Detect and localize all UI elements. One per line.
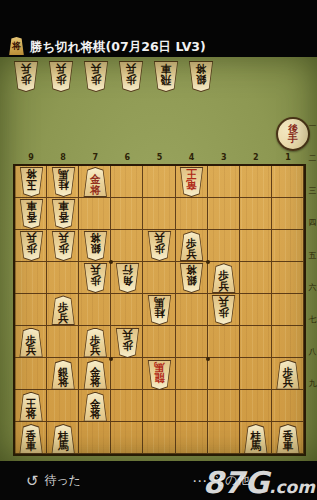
sente-piece-歩兵[interactable]: 歩兵 bbox=[50, 295, 77, 325]
undo-button[interactable]: ↺ 待った bbox=[26, 461, 81, 500]
more-dots-icon: ⋯ bbox=[192, 472, 207, 490]
gote-piece-龍馬[interactable]: 龍馬 bbox=[146, 360, 173, 390]
gote-piece-飛車[interactable]: 飛車 bbox=[152, 61, 180, 92]
rank-label-二: 二 bbox=[308, 153, 317, 164]
gote-piece-銀将[interactable]: 銀将 bbox=[187, 61, 215, 92]
sente-piece-香車[interactable]: 香車 bbox=[18, 424, 45, 454]
sente-piece-金将[interactable]: 金将 bbox=[82, 360, 109, 390]
gote-piece-桂馬[interactable]: 桂馬 bbox=[50, 167, 77, 197]
gote-piece-桂馬[interactable]: 桂馬 bbox=[146, 295, 173, 325]
rank-label-四: 四 bbox=[308, 217, 317, 228]
gote-piece-歩兵[interactable]: 歩兵 bbox=[114, 328, 141, 358]
rank-label-八: 八 bbox=[308, 346, 317, 357]
gote-piece-香車[interactable]: 香車 bbox=[50, 199, 77, 229]
hoshi-dot bbox=[206, 260, 210, 264]
gote-piece-玉将[interactable]: 玉将 bbox=[18, 167, 45, 197]
rank-label-一: 一 bbox=[308, 121, 317, 132]
rank-label-六: 六 bbox=[308, 282, 317, 293]
sente-piece-歩兵[interactable]: 歩兵 bbox=[210, 263, 237, 293]
gote-piece-歩兵[interactable]: 歩兵 bbox=[82, 263, 109, 293]
file-label-1: 1 bbox=[282, 153, 294, 162]
hoshi-dot bbox=[206, 357, 210, 361]
file-label-8: 8 bbox=[57, 153, 69, 162]
other-button[interactable]: ⋯ その他 bbox=[192, 461, 250, 500]
shogi-board: 玉将桂馬金将竜王香車香車歩兵歩兵銀将歩兵歩兵歩兵角行銀将歩兵歩兵桂馬歩兵歩兵歩兵… bbox=[13, 164, 306, 456]
gote-piece-銀将[interactable]: 銀将 bbox=[178, 263, 205, 293]
gote-piece-歩兵[interactable]: 歩兵 bbox=[50, 231, 77, 261]
sente-piece-桂馬[interactable]: 桂馬 bbox=[50, 424, 77, 454]
app-shogi-piece-icon: 将 bbox=[8, 37, 25, 55]
hoshi-dot bbox=[109, 260, 113, 264]
title-bar: 将 勝ち切れ将棋(07月26日 LV3) bbox=[0, 0, 317, 57]
rank-label-九: 九 bbox=[308, 378, 317, 389]
gote-piece-歩兵[interactable]: 歩兵 bbox=[47, 61, 75, 92]
rank-label-三: 三 bbox=[308, 185, 317, 196]
gote-piece-歩兵[interactable]: 歩兵 bbox=[117, 61, 145, 92]
app-title: 勝ち切れ将棋(07月26日 LV3) bbox=[30, 39, 206, 56]
gote-hand-tray: 歩兵歩兵歩兵歩兵飛車銀将 bbox=[0, 57, 317, 97]
file-label-7: 7 bbox=[89, 153, 101, 162]
sente-piece-歩兵[interactable]: 歩兵 bbox=[178, 231, 205, 261]
gote-piece-歩兵[interactable]: 歩兵 bbox=[210, 295, 237, 325]
file-label-2: 2 bbox=[250, 153, 262, 162]
sente-piece-金将[interactable]: 金将 bbox=[82, 167, 109, 197]
file-label-4: 4 bbox=[186, 153, 198, 162]
undo-label: 待った bbox=[45, 472, 82, 489]
gote-piece-竜王[interactable]: 竜王 bbox=[178, 167, 205, 197]
gote-piece-歩兵[interactable]: 歩兵 bbox=[12, 61, 40, 92]
file-label-3: 3 bbox=[218, 153, 230, 162]
sente-piece-金将[interactable]: 金将 bbox=[82, 392, 109, 422]
gote-piece-歩兵[interactable]: 歩兵 bbox=[82, 61, 110, 92]
bottom-nav-bar: ↺ 待った ⋯ その他 bbox=[0, 461, 317, 500]
rank-label-五: 五 bbox=[308, 250, 317, 261]
gote-badge: 後 手 bbox=[276, 117, 310, 151]
other-label: その他 bbox=[213, 472, 250, 489]
sente-piece-王将[interactable]: 王将 bbox=[18, 392, 45, 422]
gote-piece-香車[interactable]: 香車 bbox=[18, 199, 45, 229]
rank-label-七: 七 bbox=[308, 314, 317, 325]
file-label-9: 9 bbox=[25, 153, 37, 162]
file-label-5: 5 bbox=[154, 153, 166, 162]
gote-piece-歩兵[interactable]: 歩兵 bbox=[146, 231, 173, 261]
sente-piece-香車[interactable]: 香車 bbox=[274, 424, 301, 454]
piece-layer: 玉将桂馬金将竜王香車香車歩兵歩兵銀将歩兵歩兵歩兵角行銀将歩兵歩兵桂馬歩兵歩兵歩兵… bbox=[15, 166, 304, 454]
gote-piece-角行[interactable]: 角行 bbox=[114, 263, 141, 293]
undo-icon: ↺ bbox=[26, 472, 39, 490]
gote-badge-char2: 手 bbox=[288, 134, 298, 144]
game-area: 歩兵歩兵歩兵歩兵飛車銀将 後 手 987654321 一二三四五六七八九 玉将桂… bbox=[0, 57, 317, 461]
gote-piece-歩兵[interactable]: 歩兵 bbox=[18, 231, 45, 261]
gote-piece-銀将[interactable]: 銀将 bbox=[82, 231, 109, 261]
sente-piece-桂馬[interactable]: 桂馬 bbox=[242, 424, 269, 454]
sente-piece-歩兵[interactable]: 歩兵 bbox=[82, 328, 109, 358]
sente-piece-歩兵[interactable]: 歩兵 bbox=[274, 360, 301, 390]
hoshi-dot bbox=[109, 357, 113, 361]
sente-piece-歩兵[interactable]: 歩兵 bbox=[18, 328, 45, 358]
sente-piece-銀将[interactable]: 銀将 bbox=[50, 360, 77, 390]
file-label-6: 6 bbox=[121, 153, 133, 162]
